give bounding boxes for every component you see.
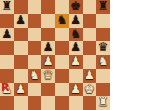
piece-black-knight-e7[interactable]: ♞ — [56, 14, 67, 28]
piece-black-knight-f6[interactable]: ♞ — [70, 28, 81, 42]
square-b2[interactable]: ♟ — [14, 83, 28, 97]
piece-white-pawn-g3[interactable]: ♟ — [84, 69, 95, 83]
square-d5[interactable]: ♟ — [41, 41, 55, 55]
square-a4[interactable] — [0, 55, 14, 69]
square-a8[interactable]: ♜ — [0, 0, 14, 14]
square-c5[interactable] — [28, 41, 42, 55]
square-h4[interactable]: ♞ — [96, 55, 110, 69]
square-c2[interactable] — [28, 83, 42, 97]
square-e8[interactable] — [55, 0, 69, 14]
square-f8[interactable]: ♚ — [69, 0, 83, 14]
square-g7[interactable] — [83, 14, 97, 28]
square-f2[interactable]: ♟ — [69, 83, 83, 97]
square-d1[interactable] — [41, 96, 55, 110]
piece-white-knight-c3[interactable]: ♞ — [29, 69, 40, 83]
square-e6[interactable] — [55, 28, 69, 42]
piece-white-rook-h1[interactable]: ♜ — [98, 96, 109, 110]
piece-white-knight-h4[interactable]: ♞ — [98, 55, 109, 69]
square-e5[interactable] — [55, 41, 69, 55]
square-b7[interactable]: ♟ — [14, 14, 28, 28]
piece-black-pawn-f5[interactable]: ♟ — [70, 41, 81, 55]
square-f7[interactable]: ♟ — [69, 14, 83, 28]
square-c3[interactable]: ♞ — [28, 69, 42, 83]
square-a7[interactable] — [0, 14, 14, 28]
square-d6[interactable] — [41, 28, 55, 42]
square-h2[interactable] — [96, 83, 110, 97]
square-d8[interactable] — [41, 0, 55, 14]
square-h3[interactable] — [96, 69, 110, 83]
square-f3[interactable] — [69, 69, 83, 83]
piece-white-king-g2[interactable]: ♚ — [84, 83, 95, 97]
square-b3[interactable] — [14, 69, 28, 83]
piece-black-rook-h8[interactable]: ♜ — [98, 0, 109, 14]
square-d4[interactable]: ♟ — [41, 55, 55, 69]
square-h7[interactable] — [96, 14, 110, 28]
square-c6[interactable] — [28, 28, 42, 42]
chess-board: ♜♚♜♟♞♟♟♞♟♟♛♟♟♞♞♛♟♟♟♟♚♜ — [0, 0, 110, 110]
piece-white-pawn-d4[interactable]: ♟ — [43, 55, 54, 69]
square-c4[interactable] — [28, 55, 42, 69]
square-a1[interactable] — [0, 96, 14, 110]
piece-white-pawn-f2[interactable]: ♟ — [70, 83, 81, 97]
piece-black-pawn-a6[interactable]: ♟ — [1, 28, 12, 42]
piece-black-pawn-b7[interactable]: ♟ — [15, 14, 26, 28]
square-a6[interactable]: ♟ — [0, 28, 14, 42]
square-e7[interactable]: ♞ — [55, 14, 69, 28]
square-e1[interactable] — [55, 96, 69, 110]
square-e3[interactable] — [55, 69, 69, 83]
piece-black-pawn-f7[interactable]: ♟ — [70, 14, 81, 28]
square-c1[interactable] — [28, 96, 42, 110]
square-e4[interactable] — [55, 55, 69, 69]
square-b4[interactable] — [14, 55, 28, 69]
square-g6[interactable] — [83, 28, 97, 42]
square-c7[interactable] — [28, 14, 42, 28]
square-d7[interactable] — [41, 14, 55, 28]
square-b1[interactable] — [14, 96, 28, 110]
piece-black-pawn-d5[interactable]: ♟ — [43, 41, 54, 55]
square-g4[interactable] — [83, 55, 97, 69]
square-b6[interactable] — [14, 28, 28, 42]
square-g8[interactable] — [83, 0, 97, 14]
square-f1[interactable] — [69, 96, 83, 110]
piece-black-king-f8[interactable]: ♚ — [70, 0, 81, 14]
square-d2[interactable] — [41, 83, 55, 97]
piece-black-rook-a8[interactable]: ♜ — [1, 0, 12, 14]
square-g2[interactable]: ♚ — [83, 83, 97, 97]
square-f4[interactable]: ♟ — [69, 55, 83, 69]
square-a5[interactable] — [0, 41, 14, 55]
square-b8[interactable] — [14, 0, 28, 14]
piece-white-queen-d3[interactable]: ♛ — [43, 69, 54, 83]
square-g5[interactable] — [83, 41, 97, 55]
square-h6[interactable] — [96, 28, 110, 42]
square-b5[interactable] — [14, 41, 28, 55]
piece-white-pawn-f4[interactable]: ♟ — [70, 55, 81, 69]
piece-black-queen-h5[interactable]: ♛ — [98, 41, 109, 55]
piece-white-pawn-b2[interactable]: ♟ — [15, 83, 26, 97]
square-h5[interactable]: ♛ — [96, 41, 110, 55]
square-h8[interactable]: ♜ — [96, 0, 110, 14]
chessboard-screenshot: ♜♚♜♟♞♟♟♞♟♟♛♟♟♞♞♛♟♟♟♟♚♜ R — [0, 0, 147, 110]
watermark-letter: R — [1, 81, 9, 94]
square-e2[interactable] — [55, 83, 69, 97]
square-f6[interactable]: ♞ — [69, 28, 83, 42]
square-c8[interactable] — [28, 0, 42, 14]
square-d3[interactable]: ♛ — [41, 69, 55, 83]
square-f5[interactable]: ♟ — [69, 41, 83, 55]
square-g3[interactable]: ♟ — [83, 69, 97, 83]
square-h1[interactable]: ♜ — [96, 96, 110, 110]
square-g1[interactable] — [83, 96, 97, 110]
